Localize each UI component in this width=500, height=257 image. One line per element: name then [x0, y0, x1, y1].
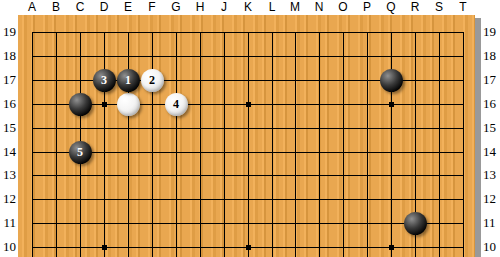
col-label-D: D	[94, 0, 114, 14]
col-label-A: A	[22, 0, 42, 14]
stone-Q17[interactable]	[380, 69, 403, 92]
col-label-J: J	[214, 0, 234, 14]
stone-E17[interactable]: 1	[117, 69, 140, 92]
col-label-G: G	[166, 0, 186, 14]
row-label-left-14: 14	[0, 144, 16, 160]
row-label-right-14: 14	[483, 144, 500, 160]
board-shadow	[475, 18, 481, 257]
row-label-right-11: 11	[483, 215, 500, 231]
col-label-C: C	[70, 0, 90, 14]
go-board-diagram: ABCDEFGHJKLMNOPQRST191918181717161615151…	[0, 0, 500, 257]
row-label-left-17: 17	[0, 72, 16, 88]
col-label-R: R	[405, 0, 425, 14]
row-label-right-17: 17	[483, 72, 500, 88]
grid-vline-H	[200, 32, 201, 257]
row-label-right-18: 18	[483, 48, 500, 64]
stone-D17[interactable]: 3	[93, 69, 116, 92]
col-label-N: N	[309, 0, 329, 14]
row-label-left-13: 13	[0, 167, 16, 183]
row-label-right-15: 15	[483, 120, 500, 136]
grid-vline-J	[224, 32, 225, 257]
grid-vline-S	[439, 32, 440, 257]
grid-vline-Q	[391, 32, 392, 257]
col-label-Q: Q	[381, 0, 401, 14]
col-label-T: T	[453, 0, 473, 14]
star-point-Q10	[389, 245, 394, 250]
col-label-P: P	[357, 0, 377, 14]
grid-vline-M	[295, 32, 296, 257]
grid-vline-O	[343, 32, 344, 257]
star-point-D10	[102, 245, 107, 250]
row-label-left-11: 11	[0, 215, 16, 231]
col-label-L: L	[262, 0, 282, 14]
stone-R11[interactable]	[404, 212, 427, 235]
stone-C14[interactable]: 5	[69, 141, 92, 164]
row-label-left-10: 10	[0, 239, 16, 255]
row-label-right-12: 12	[483, 191, 500, 207]
stone-F17[interactable]: 2	[141, 69, 164, 92]
row-label-left-19: 19	[0, 24, 16, 40]
col-label-O: O	[333, 0, 353, 14]
col-label-K: K	[238, 0, 258, 14]
grid-vline-T	[463, 32, 464, 257]
grid-vline-E	[128, 32, 129, 257]
grid-vline-P	[367, 32, 368, 257]
grid-vline-N	[319, 32, 320, 257]
row-label-right-10: 10	[483, 239, 500, 255]
star-point-D16	[102, 102, 107, 107]
grid-vline-L	[272, 32, 273, 257]
star-point-K10	[246, 245, 251, 250]
stone-E16[interactable]	[117, 93, 140, 116]
col-label-B: B	[46, 0, 66, 14]
col-label-F: F	[142, 0, 162, 14]
row-label-left-15: 15	[0, 120, 16, 136]
row-label-left-18: 18	[0, 48, 16, 64]
row-label-right-16: 16	[483, 96, 500, 112]
row-label-left-12: 12	[0, 191, 16, 207]
row-label-right-19: 19	[483, 24, 500, 40]
grid-vline-F	[152, 32, 153, 257]
row-label-right-13: 13	[483, 167, 500, 183]
grid-vline-A	[32, 32, 33, 257]
stone-C16[interactable]	[69, 93, 92, 116]
star-point-Q16	[389, 102, 394, 107]
grid-vline-G	[176, 32, 177, 257]
col-label-H: H	[190, 0, 210, 14]
grid-vline-B	[56, 32, 57, 257]
col-label-M: M	[285, 0, 305, 14]
star-point-K16	[246, 102, 251, 107]
col-label-S: S	[429, 0, 449, 14]
stone-G16[interactable]: 4	[165, 93, 188, 116]
row-label-left-16: 16	[0, 96, 16, 112]
grid-vline-K	[248, 32, 249, 257]
col-label-E: E	[118, 0, 138, 14]
grid-vline-D	[104, 32, 105, 257]
